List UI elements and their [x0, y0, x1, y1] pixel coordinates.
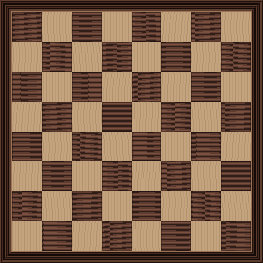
square-f5[interactable]: [161, 102, 191, 132]
square-f7[interactable]: [161, 42, 191, 72]
square-c8[interactable]: [72, 12, 102, 42]
square-c1[interactable]: [72, 221, 102, 251]
square-d7[interactable]: [102, 42, 132, 72]
square-a2[interactable]: [12, 191, 42, 221]
square-e1[interactable]: [132, 221, 162, 251]
square-d2[interactable]: [102, 191, 132, 221]
square-g1[interactable]: [191, 221, 221, 251]
square-a8[interactable]: [12, 12, 42, 42]
square-h5[interactable]: [221, 102, 251, 132]
chess-board: [0, 0, 263, 263]
square-f3[interactable]: [161, 161, 191, 191]
square-g8[interactable]: [191, 12, 221, 42]
square-h3[interactable]: [221, 161, 251, 191]
square-e5[interactable]: [132, 102, 162, 132]
square-b2[interactable]: [42, 191, 72, 221]
square-d8[interactable]: [102, 12, 132, 42]
square-b1[interactable]: [42, 221, 72, 251]
square-a1[interactable]: [12, 221, 42, 251]
square-b3[interactable]: [42, 161, 72, 191]
square-a3[interactable]: [12, 161, 42, 191]
square-g5[interactable]: [191, 102, 221, 132]
square-h1[interactable]: [221, 221, 251, 251]
square-a6[interactable]: [12, 72, 42, 102]
square-g4[interactable]: [191, 132, 221, 162]
square-g2[interactable]: [191, 191, 221, 221]
square-b4[interactable]: [42, 132, 72, 162]
square-c5[interactable]: [72, 102, 102, 132]
square-d1[interactable]: [102, 221, 132, 251]
square-f2[interactable]: [161, 191, 191, 221]
square-f4[interactable]: [161, 132, 191, 162]
board-squares: [12, 12, 251, 251]
square-d6[interactable]: [102, 72, 132, 102]
square-b6[interactable]: [42, 72, 72, 102]
square-h7[interactable]: [221, 42, 251, 72]
board-frame-top: [0, 0, 263, 12]
square-b5[interactable]: [42, 102, 72, 132]
square-a7[interactable]: [12, 42, 42, 72]
board-frame-bottom: [0, 251, 263, 263]
square-e4[interactable]: [132, 132, 162, 162]
square-f6[interactable]: [161, 72, 191, 102]
square-a5[interactable]: [12, 102, 42, 132]
board-frame-left: [0, 0, 12, 263]
square-c2[interactable]: [72, 191, 102, 221]
square-g3[interactable]: [191, 161, 221, 191]
square-b8[interactable]: [42, 12, 72, 42]
square-a4[interactable]: [12, 132, 42, 162]
square-c7[interactable]: [72, 42, 102, 72]
square-h8[interactable]: [221, 12, 251, 42]
square-b7[interactable]: [42, 42, 72, 72]
square-c3[interactable]: [72, 161, 102, 191]
square-d5[interactable]: [102, 102, 132, 132]
square-g7[interactable]: [191, 42, 221, 72]
square-c4[interactable]: [72, 132, 102, 162]
square-e7[interactable]: [132, 42, 162, 72]
square-c6[interactable]: [72, 72, 102, 102]
square-g6[interactable]: [191, 72, 221, 102]
square-e8[interactable]: [132, 12, 162, 42]
square-e6[interactable]: [132, 72, 162, 102]
square-e3[interactable]: [132, 161, 162, 191]
square-d3[interactable]: [102, 161, 132, 191]
square-h6[interactable]: [221, 72, 251, 102]
square-f8[interactable]: [161, 12, 191, 42]
board-frame-right: [251, 0, 263, 263]
square-h4[interactable]: [221, 132, 251, 162]
square-h2[interactable]: [221, 191, 251, 221]
square-e2[interactable]: [132, 191, 162, 221]
square-d4[interactable]: [102, 132, 132, 162]
square-f1[interactable]: [161, 221, 191, 251]
